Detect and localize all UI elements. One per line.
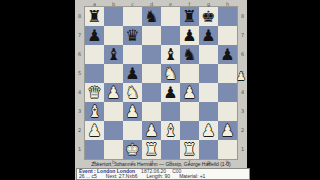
- black-pawn-icon: ♟: [87, 26, 101, 45]
- square-f1-white-rook[interactable]: ♜: [180, 140, 199, 159]
- status-line: 26 ... c5Next: 27.Nxb6Length: 90Material…: [79, 174, 247, 179]
- black-knight-icon: ♞: [182, 45, 196, 64]
- chess-board: ♜♞♜♚♟♛♟♟♝♝♞♟♟♞♛♟♞♟♟♝♟♟♟♝♟♟♚♜♜: [85, 7, 237, 159]
- square-e5-white-knight[interactable]: ♞: [161, 64, 180, 83]
- square-f5[interactable]: [180, 64, 199, 83]
- square-d5[interactable]: [142, 64, 161, 83]
- square-c2[interactable]: [123, 121, 142, 140]
- square-g7-black-pawn[interactable]: ♟: [199, 26, 218, 45]
- file-label-b: b: [104, 1, 123, 7]
- square-c6[interactable]: [123, 45, 142, 64]
- square-e7[interactable]: [161, 26, 180, 45]
- file-label-a: a: [85, 1, 104, 7]
- black-queen-icon: ♛: [125, 26, 139, 45]
- white-knight-icon: ♞: [125, 83, 139, 102]
- white-bishop-icon: ♝: [87, 102, 101, 121]
- square-b4-white-pawn[interactable]: ♟: [104, 83, 123, 102]
- square-g3[interactable]: [199, 102, 218, 121]
- square-e2-white-bishop[interactable]: ♝: [161, 121, 180, 140]
- square-e4-black-pawn[interactable]: ♟: [161, 83, 180, 102]
- square-b8[interactable]: [104, 7, 123, 26]
- next-move-label: Next: 27.Nxb6: [106, 173, 138, 179]
- rank-label-2: 2: [238, 121, 247, 140]
- white-pawn-icon: ♟: [87, 121, 101, 140]
- square-b2[interactable]: [104, 121, 123, 140]
- square-g4[interactable]: [199, 83, 218, 102]
- square-h7[interactable]: [218, 26, 237, 45]
- square-g2-white-pawn[interactable]: ♟: [199, 121, 218, 140]
- black-bishop-icon: ♝: [163, 45, 177, 64]
- square-h2-white-pawn[interactable]: ♟: [218, 121, 237, 140]
- rank-label-3: 3: [75, 102, 84, 121]
- square-b5[interactable]: [104, 64, 123, 83]
- last-move-label: 26 ... c5: [79, 173, 97, 179]
- white-pawn-icon: ♟: [182, 83, 196, 102]
- file-label-e: e: [161, 1, 180, 7]
- square-d8-black-knight[interactable]: ♞: [142, 7, 161, 26]
- black-pawn-icon: ♟: [163, 83, 177, 102]
- white-pawn-icon: ♟: [220, 121, 234, 140]
- square-e1[interactable]: [161, 140, 180, 159]
- black-bishop-icon: ♝: [106, 45, 120, 64]
- black-pawn-icon: ♟: [182, 26, 196, 45]
- rank-label-6: 6: [238, 45, 247, 64]
- square-f6-black-knight[interactable]: ♞: [180, 45, 199, 64]
- white-rook-icon: ♜: [182, 140, 196, 159]
- file-label-c: c: [123, 1, 142, 7]
- rank-label-5: 5: [75, 64, 84, 83]
- square-h4[interactable]: [218, 83, 237, 102]
- file-label-d: d: [142, 1, 161, 7]
- file-label-g: g: [199, 1, 218, 7]
- rank-label-4: 4: [238, 83, 247, 102]
- rank-label-8: 8: [238, 7, 247, 26]
- rank-label-4: 4: [75, 83, 84, 102]
- rank-label-7: 7: [75, 26, 84, 45]
- square-a2-white-pawn[interactable]: ♟: [85, 121, 104, 140]
- black-rook-icon: ♜: [87, 7, 101, 26]
- square-e3[interactable]: [161, 102, 180, 121]
- square-h8[interactable]: [218, 7, 237, 26]
- square-c5-black-pawn[interactable]: ♟: [123, 64, 142, 83]
- white-pawn-icon: ♟: [144, 121, 158, 140]
- white-bishop-icon: ♝: [163, 121, 177, 140]
- rank-label-6: 6: [75, 45, 84, 64]
- square-a3-white-bishop[interactable]: ♝: [85, 102, 104, 121]
- square-g5[interactable]: [199, 64, 218, 83]
- square-e8[interactable]: [161, 7, 180, 26]
- black-knight-icon: ♞: [144, 7, 158, 26]
- square-b6-black-bishop[interactable]: ♝: [104, 45, 123, 64]
- square-c4-white-knight[interactable]: ♞: [123, 83, 142, 102]
- square-a1[interactable]: [85, 140, 104, 159]
- square-g8-black-king[interactable]: ♚: [199, 7, 218, 26]
- square-c1-white-king[interactable]: ♚: [123, 140, 142, 159]
- square-f3[interactable]: [180, 102, 199, 121]
- square-g1[interactable]: [199, 140, 218, 159]
- rank-label-2: 2: [75, 121, 84, 140]
- material-advantage-white-pawn-icon: ♟: [235, 70, 247, 84]
- length-label: Length: 90: [146, 173, 170, 179]
- square-b7[interactable]: [104, 26, 123, 45]
- square-a4-white-queen[interactable]: ♛: [85, 83, 104, 102]
- square-d3[interactable]: [142, 102, 161, 121]
- black-pawn-icon: ♟: [125, 64, 139, 83]
- square-d4[interactable]: [142, 83, 161, 102]
- square-f8-black-rook[interactable]: ♜: [180, 7, 199, 26]
- square-e6-black-bishop[interactable]: ♝: [161, 45, 180, 64]
- black-king-icon: ♚: [201, 7, 215, 26]
- rank-label-7: 7: [238, 26, 247, 45]
- black-pawn-icon: ♟: [220, 45, 234, 64]
- square-a6[interactable]: [85, 45, 104, 64]
- square-a5[interactable]: [85, 64, 104, 83]
- material-label: Material: +1: [179, 173, 205, 179]
- square-b3[interactable]: [104, 102, 123, 121]
- square-h3[interactable]: [218, 102, 237, 121]
- square-c8[interactable]: [123, 7, 142, 26]
- square-c3-white-pawn[interactable]: ♟: [123, 102, 142, 121]
- rank-label-1: 1: [238, 140, 247, 159]
- rank-label-3: 3: [238, 102, 247, 121]
- square-f2[interactable]: [180, 121, 199, 140]
- square-h6-black-pawn[interactable]: ♟: [218, 45, 237, 64]
- white-pawn-icon: ♟: [201, 121, 215, 140]
- square-d7[interactable]: [142, 26, 161, 45]
- white-pawn-icon: ♟: [125, 102, 139, 121]
- square-d6[interactable]: [142, 45, 161, 64]
- square-a7-black-pawn[interactable]: ♟: [85, 26, 104, 45]
- white-queen-icon: ♛: [87, 83, 101, 102]
- file-label-f: f: [180, 1, 199, 7]
- square-h1[interactable]: [218, 140, 237, 159]
- square-d1-white-rook[interactable]: ♜: [142, 140, 161, 159]
- white-rook-icon: ♜: [144, 140, 158, 159]
- square-c7-black-queen[interactable]: ♛: [123, 26, 142, 45]
- rank-label-8: 8: [75, 7, 84, 26]
- white-knight-icon: ♞: [163, 64, 177, 83]
- white-king-icon: ♚: [125, 140, 139, 159]
- black-rook-icon: ♜: [182, 7, 196, 26]
- square-d2-white-pawn[interactable]: ♟: [142, 121, 161, 140]
- square-f7-black-pawn[interactable]: ♟: [180, 26, 199, 45]
- file-label-h: h: [218, 1, 237, 7]
- rank-label-1: 1: [75, 140, 84, 159]
- square-a8-black-rook[interactable]: ♜: [85, 7, 104, 26]
- game-info-box: Event : London London1872.06.20C00 26 ..…: [76, 168, 250, 180]
- square-f4-white-pawn[interactable]: ♟: [180, 83, 199, 102]
- content-stage: ♜♞♜♚♟♛♟♟♝♝♞♟♟♞♛♟♞♟♟♝♟♟♟♝♟♟♚♜♜ aabbccddee…: [75, 0, 247, 180]
- white-pawn-icon: ♟: [106, 83, 120, 102]
- black-pawn-icon: ♟: [201, 26, 215, 45]
- square-b1[interactable]: [104, 140, 123, 159]
- players-result-line: Zukertort, Johannes Hermann — Gossip, Ge…: [75, 161, 247, 167]
- square-g6[interactable]: [199, 45, 218, 64]
